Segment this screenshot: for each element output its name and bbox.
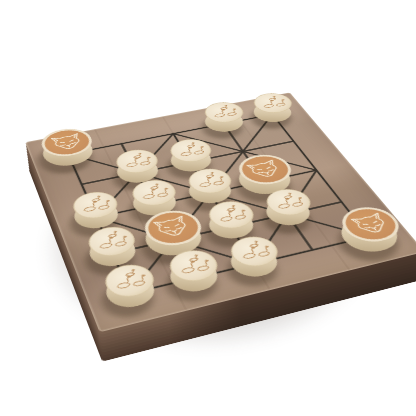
goose-piece[interactable] <box>259 198 316 232</box>
fox-piece[interactable] <box>332 215 407 259</box>
scene <box>0 0 416 416</box>
goose-piece[interactable] <box>224 245 284 283</box>
goose-icon <box>117 150 156 173</box>
goose-icon <box>133 180 174 205</box>
goose-icon <box>171 139 210 161</box>
fox-icon <box>148 212 198 243</box>
fox-icon <box>241 156 289 183</box>
goose-piece[interactable] <box>164 259 224 299</box>
goose-icon <box>209 201 253 227</box>
goose-icon <box>205 103 243 123</box>
goose-piece[interactable] <box>101 273 160 314</box>
goose-piece[interactable] <box>248 102 297 127</box>
goose-icon <box>90 227 133 255</box>
fox-icon <box>46 130 89 155</box>
goose-icon <box>170 251 216 281</box>
goose-icon <box>231 237 277 266</box>
goose-icon <box>266 189 310 214</box>
goose-icon <box>189 169 230 193</box>
goose-icon <box>107 265 153 296</box>
goose-icon <box>254 94 292 113</box>
goose-icon <box>75 192 116 218</box>
fox-icon <box>344 209 398 240</box>
